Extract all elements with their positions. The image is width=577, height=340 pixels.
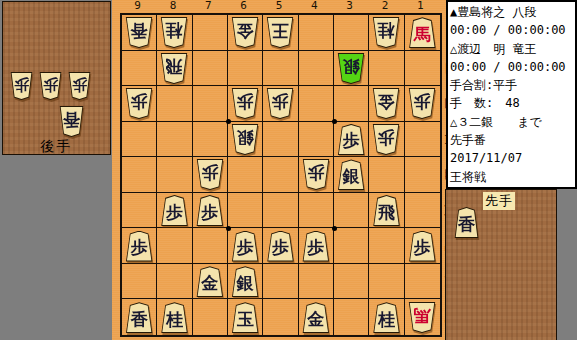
piece-歩-sente[interactable]: 歩 — [231, 231, 259, 262]
piece-kanji: 歩 — [231, 88, 259, 119]
gote-clock: 00:00 / 00:00:00 — [450, 58, 573, 76]
piece-kanji: 香 — [454, 207, 479, 238]
piece-kanji: 歩 — [372, 124, 400, 155]
board-cell-5五[interactable] — [263, 157, 298, 193]
piece-kanji: 飛 — [372, 195, 400, 226]
piece-歩-sente[interactable]: 歩 — [266, 231, 294, 262]
column-label-2: 2 — [367, 0, 402, 13]
board-cell-5八[interactable] — [263, 264, 298, 300]
board-cell-2七[interactable] — [369, 228, 404, 264]
board-cell-8一[interactable]: 桂 — [157, 15, 192, 51]
board-cell-5九[interactable] — [263, 299, 298, 335]
piece-飛-sente[interactable]: 飛 — [372, 195, 400, 226]
piece-kanji: 銀 — [337, 159, 365, 190]
piece-香-gote[interactable]: 香 — [125, 17, 153, 48]
board-cell-7三[interactable] — [193, 86, 228, 122]
piece-馬-gote[interactable]: 馬 — [408, 302, 436, 333]
board-cell-7六[interactable]: 歩 — [193, 193, 228, 229]
piece-kanji: 銀 — [231, 266, 259, 297]
move-count-line: 手 数: 48 — [450, 94, 573, 112]
gote-hand-label: 後手 — [3, 138, 110, 156]
board-cell-4四[interactable] — [299, 122, 334, 158]
board-cell-7七[interactable] — [193, 228, 228, 264]
piece-歩-gote[interactable]: 歩 — [68, 72, 91, 100]
piece-kanji: 香 — [59, 106, 84, 137]
piece-kanji: 歩 — [231, 231, 259, 262]
piece-桂-sente[interactable]: 桂 — [160, 302, 188, 333]
piece-玉-sente[interactable]: 玉 — [231, 302, 259, 333]
piece-銀-gote-last-move[interactable]: 銀 — [337, 53, 365, 84]
hoshi-dot — [226, 119, 231, 124]
board-cell-6三[interactable]: 歩 — [228, 86, 263, 122]
board-cell-9九[interactable]: 香 — [122, 299, 157, 335]
piece-kanji: 金 — [196, 266, 224, 297]
hoshi-dot — [226, 226, 231, 231]
board-cell-7一[interactable] — [193, 15, 228, 51]
board-cell-3九[interactable] — [334, 299, 369, 335]
board-cell-8二[interactable]: 飛 — [157, 51, 192, 87]
piece-歩-sente[interactable]: 歩 — [125, 231, 153, 262]
board-cell-8四[interactable] — [157, 122, 192, 158]
piece-kanji: 香 — [125, 17, 153, 48]
piece-歩-sente[interactable]: 歩 — [408, 231, 436, 262]
board-cell-6四[interactable]: 銀 — [228, 122, 263, 158]
board-cell-1七[interactable]: 歩 — [405, 228, 440, 264]
sente-clock: 00:00 / 00:00:00 — [450, 21, 573, 39]
piece-kanji: 歩 — [196, 195, 224, 226]
board-cell-4七[interactable]: 歩 — [299, 228, 334, 264]
piece-kanji: 歩 — [408, 88, 436, 119]
piece-kanji: 金 — [231, 17, 259, 48]
board-cell-6一[interactable]: 金 — [228, 15, 263, 51]
handicap-line: 手合割:平手 — [450, 76, 573, 94]
board-cell-2四[interactable]: 歩 — [369, 122, 404, 158]
piece-kanji: 桂 — [160, 302, 188, 333]
column-label-7: 7 — [191, 0, 226, 13]
event-line: 王将戦 — [450, 168, 573, 186]
piece-kanji: 歩 — [125, 231, 153, 262]
piece-kanji: 歩 — [196, 159, 224, 190]
board-cell-3八[interactable] — [334, 264, 369, 300]
board-cell-3七[interactable] — [334, 228, 369, 264]
piece-kanji: 桂 — [372, 302, 400, 333]
board-cell-6七[interactable]: 歩 — [228, 228, 263, 264]
column-label-9: 9 — [120, 0, 155, 13]
piece-歩-gote[interactable]: 歩 — [10, 72, 33, 100]
piece-金-sente[interactable]: 金 — [196, 266, 224, 297]
board-cell-1二[interactable] — [405, 51, 440, 87]
piece-歩-sente[interactable]: 歩 — [337, 124, 365, 155]
gote-hand-pieces: 歩歩歩香 — [3, 2, 110, 154]
board-cell-2九[interactable]: 桂 — [369, 299, 404, 335]
board-cell-7二[interactable] — [193, 51, 228, 87]
piece-kanji: 金 — [302, 302, 330, 333]
column-label-8: 8 — [155, 0, 190, 13]
board-cell-2六[interactable]: 飛 — [369, 193, 404, 229]
board-cell-6九[interactable]: 玉 — [228, 299, 263, 335]
board-cell-2八[interactable] — [369, 264, 404, 300]
board-cell-2一[interactable]: 桂 — [369, 15, 404, 51]
piece-王-gote[interactable]: 王 — [266, 17, 294, 48]
board-cell-9四[interactable] — [122, 122, 157, 158]
piece-kanji: 歩 — [408, 231, 436, 262]
board-cell-8八[interactable] — [157, 264, 192, 300]
board-cell-8六[interactable]: 歩 — [157, 193, 192, 229]
board-cell-5七[interactable]: 歩 — [263, 228, 298, 264]
piece-銀-gote[interactable]: 銀 — [231, 124, 259, 155]
piece-kanji: 歩 — [266, 231, 294, 262]
piece-kanji: 歩 — [160, 195, 188, 226]
column-label-4: 4 — [297, 0, 332, 13]
piece-kanji: 銀 — [337, 53, 365, 84]
board-cell-4二[interactable] — [299, 51, 334, 87]
board-cell-5四[interactable] — [263, 122, 298, 158]
gote-player-name: △渡辺 明 竜王 — [450, 40, 573, 58]
board-cell-3四[interactable]: 歩 — [334, 122, 369, 158]
gote-hand-panel: 歩歩歩香 後手 — [2, 1, 111, 155]
last-move-line: △３二銀 まで — [450, 113, 573, 131]
board-cell-7九[interactable] — [193, 299, 228, 335]
piece-kanji: 歩 — [125, 88, 153, 119]
piece-kanji: 桂 — [372, 17, 400, 48]
piece-kanji: 歩 — [302, 231, 330, 262]
board-cell-1五[interactable] — [405, 157, 440, 193]
board-cell-1一[interactable]: 馬 — [405, 15, 440, 51]
board-cell-9一[interactable]: 香 — [122, 15, 157, 51]
piece-歩-sente[interactable]: 歩 — [160, 195, 188, 226]
board-cell-6六[interactable] — [228, 193, 263, 229]
piece-香-sente[interactable]: 香 — [454, 207, 479, 238]
piece-歩-gote[interactable]: 歩 — [302, 159, 330, 190]
board-cell-4三[interactable] — [299, 86, 334, 122]
piece-kanji: 王 — [266, 17, 294, 48]
piece-kanji: 歩 — [302, 159, 330, 190]
piece-香-gote[interactable]: 香 — [59, 106, 84, 137]
board-cell-9五[interactable] — [122, 157, 157, 193]
board-cell-4九[interactable]: 金 — [299, 299, 334, 335]
board-cell-5三[interactable]: 歩 — [263, 86, 298, 122]
board-cell-5二[interactable] — [263, 51, 298, 87]
board-cell-3六[interactable] — [334, 193, 369, 229]
column-label-5: 5 — [261, 0, 296, 13]
piece-香-sente[interactable]: 香 — [125, 302, 153, 333]
board-cell-1四[interactable] — [405, 122, 440, 158]
piece-歩-gote[interactable]: 歩 — [196, 159, 224, 190]
board-cell-9七[interactable]: 歩 — [122, 228, 157, 264]
piece-kanji: 玉 — [231, 302, 259, 333]
side-to-move-line: 先手番 — [450, 131, 573, 149]
board-cell-3二[interactable]: 銀 — [334, 51, 369, 87]
board-cell-4八[interactable] — [299, 264, 334, 300]
piece-kanji: 歩 — [266, 88, 294, 119]
board-cell-9八[interactable] — [122, 264, 157, 300]
piece-桂-sente[interactable]: 桂 — [372, 302, 400, 333]
board-cell-2三[interactable]: 金 — [369, 86, 404, 122]
piece-飛-gote[interactable]: 飛 — [160, 53, 188, 84]
board-cell-2二[interactable] — [369, 51, 404, 87]
board-cell-3三[interactable] — [334, 86, 369, 122]
board-cell-3一[interactable] — [334, 15, 369, 51]
board-cell-8三[interactable] — [157, 86, 192, 122]
board-cell-3五[interactable]: 銀 — [334, 157, 369, 193]
column-labels: 987654321 — [120, 0, 438, 13]
piece-銀-sente[interactable]: 銀 — [231, 266, 259, 297]
date-line: 2017/11/07 — [450, 149, 573, 167]
piece-桂-gote[interactable]: 桂 — [160, 17, 188, 48]
board-cell-1六[interactable] — [405, 193, 440, 229]
piece-歩-gote[interactable]: 歩 — [266, 88, 294, 119]
piece-金-gote[interactable]: 金 — [372, 88, 400, 119]
board-cell-7五[interactable]: 歩 — [193, 157, 228, 193]
piece-歩-gote[interactable]: 歩 — [372, 124, 400, 155]
board-cell-4一[interactable] — [299, 15, 334, 51]
piece-馬-sente[interactable]: 馬 — [408, 17, 436, 48]
piece-金-gote[interactable]: 金 — [231, 17, 259, 48]
info-panel: ▲豊島将之 八段 00:00 / 00:00:00 △渡辺 明 竜王 00:00… — [446, 0, 577, 189]
shogi-board: 香桂金王桂馬飛銀歩歩歩金歩銀歩歩歩歩銀歩歩飛歩歩歩歩歩金銀香桂玉金桂馬 — [120, 13, 442, 337]
piece-歩-gote[interactable]: 歩 — [408, 88, 436, 119]
board-cell-1九[interactable]: 馬 — [405, 299, 440, 335]
piece-kanji: 金 — [372, 88, 400, 119]
board-cell-1八[interactable] — [405, 264, 440, 300]
board-cell-6五[interactable] — [228, 157, 263, 193]
sente-hand-pieces: 香 — [446, 190, 556, 340]
board-cell-9二[interactable] — [122, 51, 157, 87]
piece-歩-sente[interactable]: 歩 — [196, 195, 224, 226]
piece-kanji: 飛 — [160, 53, 188, 84]
column-label-3: 3 — [332, 0, 367, 13]
piece-桂-gote[interactable]: 桂 — [372, 17, 400, 48]
board-cell-8七[interactable] — [157, 228, 192, 264]
board-cell-9六[interactable] — [122, 193, 157, 229]
piece-kanji: 桂 — [160, 17, 188, 48]
piece-歩-gote[interactable]: 歩 — [125, 88, 153, 119]
piece-kanji: 歩 — [337, 124, 365, 155]
piece-kanji: 香 — [125, 302, 153, 333]
sente-player-name: ▲豊島将之 八段 — [450, 3, 573, 21]
piece-kanji: 歩 — [39, 72, 62, 100]
piece-歩-gote[interactable]: 歩 — [39, 72, 62, 100]
board-cell-9三[interactable]: 歩 — [122, 86, 157, 122]
column-label-1: 1 — [403, 0, 438, 13]
piece-kanji: 歩 — [68, 72, 91, 100]
board-cell-8九[interactable]: 桂 — [157, 299, 192, 335]
piece-kanji: 銀 — [231, 124, 259, 155]
board-cell-4六[interactable] — [299, 193, 334, 229]
board-cell-7四[interactable] — [193, 122, 228, 158]
piece-銀-sente[interactable]: 銀 — [337, 159, 365, 190]
board-region: 987654321 香桂金王桂馬飛銀歩歩歩金歩銀歩歩歩歩銀歩歩飛歩歩歩歩歩金銀香… — [112, 0, 446, 340]
piece-金-sente[interactable]: 金 — [302, 302, 330, 333]
board-cell-5六[interactable] — [263, 193, 298, 229]
board-cell-6二[interactable] — [228, 51, 263, 87]
board-cell-7八[interactable]: 金 — [193, 264, 228, 300]
board-cell-1三[interactable]: 歩 — [405, 86, 440, 122]
piece-歩-sente[interactable]: 歩 — [302, 231, 330, 262]
board-cell-8五[interactable] — [157, 157, 192, 193]
sente-hand-panel: 先手 香 — [445, 189, 557, 340]
hoshi-dot — [332, 226, 337, 231]
board-cell-4五[interactable]: 歩 — [299, 157, 334, 193]
piece-歩-gote[interactable]: 歩 — [231, 88, 259, 119]
board-cell-2五[interactable] — [369, 157, 404, 193]
piece-kanji: 馬 — [408, 302, 436, 333]
column-label-6: 6 — [226, 0, 261, 13]
board-cell-6八[interactable]: 銀 — [228, 264, 263, 300]
piece-kanji: 馬 — [408, 17, 436, 48]
board-cell-5一[interactable]: 王 — [263, 15, 298, 51]
hoshi-dot — [332, 119, 337, 124]
piece-kanji: 歩 — [10, 72, 33, 100]
